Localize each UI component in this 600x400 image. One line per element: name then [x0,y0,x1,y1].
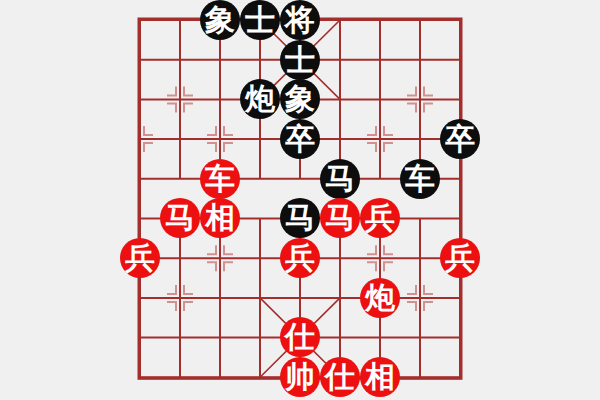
intersection-r9c4[interactable]: 帅 [280,357,320,397]
intersection-r9c0[interactable] [120,357,160,397]
intersection-r8c3[interactable] [240,318,280,358]
intersection-r9c3[interactable] [240,357,280,397]
piece-black-elephant[interactable]: 象 [280,79,320,119]
intersection-r3c6[interactable] [360,119,400,159]
piece-red-cannon[interactable]: 炮 [360,278,400,318]
intersection-r0c1[interactable] [160,0,200,40]
intersection-r9c8[interactable] [440,357,480,397]
intersection-r7c1[interactable] [160,278,200,318]
piece-red-advisor[interactable]: 仕 [280,317,320,357]
piece-red-soldier[interactable]: 兵 [280,238,320,278]
piece-black-horse[interactable]: 马 [320,159,360,199]
piece-black-advisor[interactable]: 士 [240,0,280,40]
intersection-r5c2[interactable]: 相 [200,198,240,238]
intersection-r5c7[interactable] [400,198,440,238]
intersection-r6c5[interactable] [320,238,360,278]
intersection-r2c5[interactable] [320,79,360,119]
intersection-r3c7[interactable] [400,119,440,159]
intersection-r3c4[interactable]: 卒 [280,119,320,159]
piece-red-soldier[interactable]: 兵 [120,238,160,278]
intersection-r1c8[interactable] [440,40,480,80]
intersection-r2c0[interactable] [120,79,160,119]
intersection-r0c7[interactable] [400,0,440,40]
intersection-r6c2[interactable] [200,238,240,278]
piece-red-advisor[interactable]: 仕 [320,357,360,397]
piece-black-general[interactable]: 将 [280,0,320,40]
intersection-r5c6[interactable]: 兵 [360,198,400,238]
intersection-r2c8[interactable] [440,79,480,119]
intersection-r4c0[interactable] [120,159,160,199]
intersection-r1c4[interactable]: 士 [280,40,320,80]
intersection-r8c6[interactable] [360,318,400,358]
piece-red-elephant[interactable]: 相 [360,357,400,397]
intersection-r6c0[interactable]: 兵 [120,238,160,278]
intersection-r6c6[interactable] [360,238,400,278]
intersection-r2c2[interactable] [200,79,240,119]
intersection-r3c1[interactable] [160,119,200,159]
intersection-r0c0[interactable] [120,0,160,40]
piece-red-chariot[interactable]: 车 [200,159,240,199]
piece-black-horse[interactable]: 马 [280,198,320,238]
intersection-r4c1[interactable] [160,159,200,199]
intersection-r8c1[interactable] [160,318,200,358]
intersection-r9c2[interactable] [200,357,240,397]
intersection-r3c8[interactable]: 卒 [440,119,480,159]
intersection-r2c7[interactable] [400,79,440,119]
intersection-r5c0[interactable] [120,198,160,238]
intersection-r1c2[interactable] [200,40,240,80]
intersection-r6c3[interactable] [240,238,280,278]
intersection-r9c6[interactable]: 相 [360,357,400,397]
piece-black-elephant[interactable]: 象 [200,0,240,40]
intersection-r7c6[interactable]: 炮 [360,278,400,318]
intersection-r1c0[interactable] [120,40,160,80]
intersection-r0c2[interactable]: 象 [200,0,240,40]
intersection-r2c4[interactable]: 象 [280,79,320,119]
pieces-layer: 象士将士炮象卒卒车马车马相马马兵兵兵兵炮仕帅仕相 [120,0,480,397]
piece-red-general[interactable]: 帅 [280,357,320,397]
intersection-r4c3[interactable] [240,159,280,199]
intersection-r4c5[interactable]: 马 [320,159,360,199]
intersection-r4c6[interactable] [360,159,400,199]
intersection-r3c3[interactable] [240,119,280,159]
intersection-r6c8[interactable]: 兵 [440,238,480,278]
screen: 象士将士炮象卒卒车马车马相马马兵兵兵兵炮仕帅仕相 [0,0,600,400]
intersection-r7c7[interactable] [400,278,440,318]
intersection-r6c1[interactable] [160,238,200,278]
piece-black-cannon[interactable]: 炮 [240,79,280,119]
intersection-r0c4[interactable]: 将 [280,0,320,40]
piece-black-advisor[interactable]: 士 [280,40,320,80]
intersection-r7c3[interactable] [240,278,280,318]
intersection-r7c8[interactable] [440,278,480,318]
intersection-r6c4[interactable]: 兵 [280,238,320,278]
intersection-r3c2[interactable] [200,119,240,159]
intersection-r4c2[interactable]: 车 [200,159,240,199]
xiangqi-board[interactable]: 象士将士炮象卒卒车马车马相马马兵兵兵兵炮仕帅仕相 [0,0,600,400]
intersection-r4c8[interactable] [440,159,480,199]
intersection-r8c5[interactable] [320,318,360,358]
intersection-r1c1[interactable] [160,40,200,80]
piece-black-soldier[interactable]: 卒 [440,119,480,159]
intersection-r3c5[interactable] [320,119,360,159]
intersection-r9c7[interactable] [400,357,440,397]
intersection-r5c5[interactable]: 马 [320,198,360,238]
intersection-r7c2[interactable] [200,278,240,318]
intersection-r5c1[interactable]: 马 [160,198,200,238]
intersection-r4c7[interactable]: 车 [400,159,440,199]
piece-red-soldier[interactable]: 兵 [440,238,480,278]
intersection-r7c5[interactable] [320,278,360,318]
intersection-r8c0[interactable] [120,318,160,358]
intersection-r4c4[interactable] [280,159,320,199]
intersection-r1c6[interactable] [360,40,400,80]
intersection-r5c3[interactable] [240,198,280,238]
intersection-r0c8[interactable] [440,0,480,40]
intersection-r2c1[interactable] [160,79,200,119]
intersection-r8c4[interactable]: 仕 [280,318,320,358]
intersection-r9c5[interactable]: 仕 [320,357,360,397]
intersection-r1c5[interactable] [320,40,360,80]
intersection-r8c7[interactable] [400,318,440,358]
intersection-r0c5[interactable] [320,0,360,40]
intersection-r0c6[interactable] [360,0,400,40]
piece-red-elephant[interactable]: 相 [200,198,240,238]
intersection-r6c7[interactable] [400,238,440,278]
intersection-r0c3[interactable]: 士 [240,0,280,40]
intersection-r1c3[interactable] [240,40,280,80]
intersection-r3c0[interactable] [120,119,160,159]
intersection-r5c4[interactable]: 马 [280,198,320,238]
intersection-r2c6[interactable] [360,79,400,119]
piece-red-soldier[interactable]: 兵 [360,198,400,238]
piece-red-horse[interactable]: 马 [160,198,200,238]
intersection-r1c7[interactable] [400,40,440,80]
intersection-r7c0[interactable] [120,278,160,318]
piece-red-horse[interactable]: 马 [320,198,360,238]
intersection-r2c3[interactable]: 炮 [240,79,280,119]
intersection-r8c8[interactable] [440,318,480,358]
intersection-r7c4[interactable] [280,278,320,318]
intersection-r8c2[interactable] [200,318,240,358]
piece-black-soldier[interactable]: 卒 [280,119,320,159]
piece-black-chariot[interactable]: 车 [400,159,440,199]
intersection-r5c8[interactable] [440,198,480,238]
intersection-r9c1[interactable] [160,357,200,397]
